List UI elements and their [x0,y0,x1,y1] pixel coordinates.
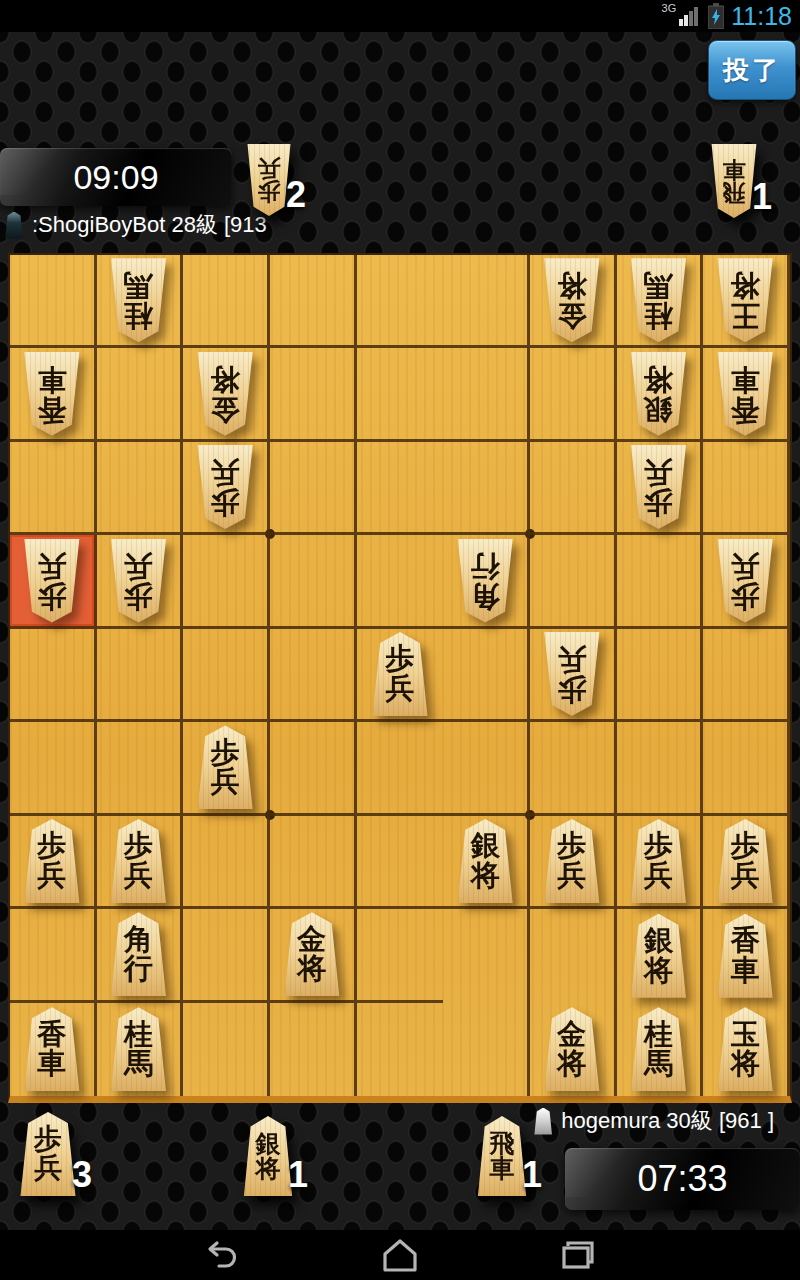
shogi-piece-N[interactable]: 桂馬 [106,1007,170,1091]
board-cell[interactable] [703,442,790,535]
bottom-hand-item: 銀将1 [240,1116,308,1196]
board-cell[interactable] [183,816,270,909]
board-cell[interactable] [357,1003,444,1096]
bottom-player-clock: 07:33 [565,1148,800,1210]
board-cell[interactable] [443,629,530,722]
shogi-piece-P[interactable]: 歩兵 [368,632,432,716]
top-clock-time: 09:09 [73,158,158,197]
top-player-clock: 09:09 [0,148,232,206]
shogi-piece-n[interactable]: 桂馬 [626,258,690,342]
shogi-piece-g[interactable]: 金将 [540,258,604,342]
shogi-piece-k[interactable]: 王将 [713,258,777,342]
bottom-hand-item: 歩兵3 [16,1112,92,1196]
bottom-hand-count: 1 [522,1154,542,1196]
board-cell[interactable]: 金将 [530,1003,617,1096]
shogi-piece-p[interactable]: 歩兵 [20,539,84,623]
board-cell[interactable]: 歩兵 [357,629,444,722]
board-cell[interactable] [270,348,357,441]
top-hand-item: 飛車1 [708,144,772,218]
board-cell[interactable]: 歩兵 [617,816,704,909]
board-cell[interactable]: 銀将 [617,909,704,1002]
shogi-piece-P[interactable]: 歩兵 [540,819,604,903]
shogi-piece-L[interactable]: 香車 [20,1007,84,1091]
board-cell[interactable]: 歩兵 [703,816,790,909]
board-cell[interactable]: 王将 [703,255,790,348]
resign-button[interactable]: 投了 [708,40,796,100]
network-type-label: 3G [662,2,677,14]
shogi-piece-L[interactable]: 香車 [713,914,777,998]
board-cell[interactable] [443,348,530,441]
bottom-player-name: hogemura 30級 [961 ] [561,1106,774,1136]
board-cell[interactable] [357,442,444,535]
board-cell[interactable]: 歩兵 [617,442,704,535]
board-cell[interactable]: 歩兵 [530,816,617,909]
board-cell[interactable] [270,629,357,722]
shogi-piece-l[interactable]: 香車 [713,352,777,436]
board-cell[interactable] [97,629,184,722]
board-cell[interactable]: 歩兵 [10,535,97,628]
shogi-piece-B[interactable]: 角行 [106,912,170,996]
shogi-piece-G[interactable]: 金将 [280,912,344,996]
bottom-player-row: hogemura 30級 [961 ] [533,1106,774,1136]
board-cell[interactable] [443,722,530,815]
home-icon[interactable] [377,1237,423,1273]
shogi-piece-l[interactable]: 香車 [20,352,84,436]
clock-time: 11:18 [731,2,792,31]
board-cell[interactable] [703,629,790,722]
shogi-piece-s[interactable]: 銀将 [626,352,690,436]
board-cell[interactable]: 歩兵 [97,816,184,909]
board-cell[interactable] [270,1003,357,1096]
board-cell[interactable] [703,722,790,815]
bottom-player-piece-icon [533,1108,553,1135]
shogi-piece-P[interactable]: 歩兵 [626,819,690,903]
top-hand-count: 2 [286,174,306,216]
board-cell[interactable] [530,442,617,535]
shogi-piece-p[interactable]: 歩兵 [106,539,170,623]
board-cell[interactable] [97,722,184,815]
signal-strength-icon [679,5,701,27]
top-hand-item: 歩兵2 [244,144,306,216]
top-player-row: :ShogiBoyBot 28級 [913 [4,210,267,240]
shogi-piece-P[interactable]: 歩兵 [106,819,170,903]
shogi-piece-n[interactable]: 桂馬 [106,258,170,342]
shogi-board: 桂馬金将桂馬王将香車金将銀将香車歩兵歩兵歩兵歩兵角行歩兵歩兵歩兵歩兵歩兵歩兵銀将… [8,253,792,1103]
shogi-piece-p[interactable]: 歩兵 [713,539,777,623]
board-cell[interactable]: 金将 [530,255,617,348]
shogi-piece-S[interactable]: 銀将 [453,819,517,903]
board-cell[interactable] [183,629,270,722]
board-cell[interactable] [530,535,617,628]
board-cell[interactable]: 香車 [703,348,790,441]
board-cell[interactable] [617,629,704,722]
board-cell[interactable] [530,348,617,441]
shogi-piece-b[interactable]: 角行 [453,539,517,623]
board-cell[interactable]: 香車 [10,1003,97,1096]
board-cell[interactable] [10,442,97,535]
board-cell[interactable]: 金将 [183,348,270,441]
board-cell[interactable] [443,1003,530,1096]
board-cell[interactable]: 桂馬 [617,255,704,348]
board-cell[interactable] [10,909,97,1002]
shogi-piece-P[interactable]: 歩兵 [713,819,777,903]
board-cell[interactable]: 歩兵 [530,629,617,722]
board-cell[interactable]: 金将 [270,909,357,1002]
battery-charging-icon [708,3,724,29]
board-cell[interactable] [357,255,444,348]
shogi-piece-G[interactable]: 金将 [540,1007,604,1091]
board-cell[interactable]: 桂馬 [97,1003,184,1096]
board-cell[interactable]: 歩兵 [703,535,790,628]
board-cell[interactable] [357,816,444,909]
back-icon[interactable] [199,1237,245,1273]
shogi-piece-K[interactable]: 玉将 [713,1007,777,1091]
board-cell[interactable]: 香車 [10,348,97,441]
top-hand-count: 1 [752,176,772,218]
board-cell[interactable] [183,909,270,1002]
board-cell[interactable] [10,629,97,722]
board-cell[interactable] [270,442,357,535]
board-cell[interactable] [617,535,704,628]
board-cell[interactable] [270,255,357,348]
shogi-piece-P[interactable]: 歩兵 [20,819,84,903]
board-cell[interactable] [617,722,704,815]
board-cell[interactable]: 玉将 [703,1003,790,1096]
bottom-hand-item: 飛車1 [474,1116,542,1196]
board-cell[interactable] [443,442,530,535]
board-cell[interactable] [443,909,530,1002]
shogi-piece-g[interactable]: 金将 [193,352,257,436]
board-cell[interactable] [530,909,617,1002]
board-cell[interactable]: 歩兵 [10,816,97,909]
board-cell[interactable] [10,255,97,348]
board-cell[interactable] [97,348,184,441]
board-cell[interactable] [357,348,444,441]
board-cell[interactable] [183,255,270,348]
shogi-piece-S[interactable]: 銀将 [626,914,690,998]
android-nav-bar [0,1230,800,1280]
board-cell[interactable]: 香車 [703,909,790,1002]
board-cell[interactable] [270,535,357,628]
board-cell[interactable] [443,255,530,348]
board-cell[interactable]: 歩兵 [97,535,184,628]
board-cell[interactable]: 銀将 [443,816,530,909]
status-bar: 3G 11:18 [0,0,800,32]
board-cell[interactable] [97,442,184,535]
board-cell[interactable]: 銀将 [617,348,704,441]
board-cell[interactable]: 桂馬 [617,1003,704,1096]
board-cell[interactable] [183,535,270,628]
shogi-piece-P[interactable]: 歩兵 [16,1112,80,1196]
board-cell[interactable]: 桂馬 [97,255,184,348]
shogi-piece-p[interactable]: 歩兵 [540,632,604,716]
board-cell[interactable] [10,722,97,815]
shogi-piece-P[interactable]: 歩兵 [193,725,257,809]
top-player-piece-icon [4,212,24,239]
board-cell[interactable]: 角行 [443,535,530,628]
shogi-piece-p[interactable]: 歩兵 [193,445,257,529]
board-cell[interactable] [357,909,444,1002]
recents-icon[interactable] [555,1237,601,1273]
board-cell[interactable] [357,535,444,628]
board-cell[interactable]: 歩兵 [183,722,270,815]
top-player-name: :ShogiBoyBot 28級 [913 [32,210,267,240]
bottom-clock-time: 07:33 [637,1158,727,1200]
board-cell[interactable] [357,722,444,815]
board-cell[interactable]: 角行 [97,909,184,1002]
board-cell[interactable] [530,722,617,815]
board-cell[interactable]: 歩兵 [183,442,270,535]
board-cell[interactable] [270,722,357,815]
shogi-piece-p[interactable]: 歩兵 [626,445,690,529]
bottom-hand-count: 1 [288,1154,308,1196]
board-cell[interactable] [183,1003,270,1096]
bottom-hand-count: 3 [72,1154,92,1196]
shogi-app-screen: { "game": "shogi", "position": { "sfen":… [0,0,800,1280]
shogi-piece-N[interactable]: 桂馬 [626,1007,690,1091]
board-cell[interactable] [270,816,357,909]
